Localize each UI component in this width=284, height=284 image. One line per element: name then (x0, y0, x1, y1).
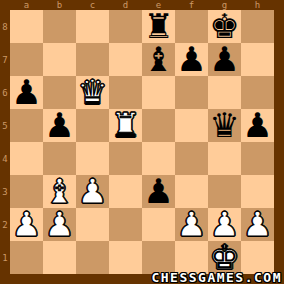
piece-black-pawn: ♟ (208, 43, 241, 76)
square-d1[interactable] (109, 241, 142, 274)
square-e6[interactable] (142, 76, 175, 109)
piece-white-pawn: ♟ (241, 208, 274, 241)
piece-black-pawn: ♟ (10, 76, 43, 109)
square-d8[interactable] (109, 10, 142, 43)
square-d2[interactable] (109, 208, 142, 241)
piece-black-pawn: ♟ (142, 175, 175, 208)
square-g4[interactable] (208, 142, 241, 175)
square-f2[interactable]: ♟ (175, 208, 208, 241)
square-f7[interactable]: ♟ (175, 43, 208, 76)
square-e7[interactable]: ♝ (142, 43, 175, 76)
square-d3[interactable] (109, 175, 142, 208)
piece-white-pawn: ♟ (10, 208, 43, 241)
piece-white-pawn: ♟ (175, 208, 208, 241)
square-h7[interactable] (241, 43, 274, 76)
square-d7[interactable] (109, 43, 142, 76)
rank-label-5: 5 (0, 109, 10, 142)
rank-label-4: 4 (0, 142, 10, 175)
piece-black-pawn: ♟ (43, 109, 76, 142)
piece-black-bishop: ♝ (142, 43, 175, 76)
chess-board: ♜♚♝♟♟♟♛♟♜♛♟♝♟♟♟♟♟♟♟♚ (10, 10, 274, 274)
square-a5[interactable] (10, 109, 43, 142)
square-h5[interactable]: ♟ (241, 109, 274, 142)
piece-white-pawn: ♟ (43, 208, 76, 241)
piece-white-pawn: ♟ (76, 175, 109, 208)
square-a4[interactable] (10, 142, 43, 175)
file-label-d: d (109, 0, 142, 10)
rank-label-6: 6 (0, 76, 10, 109)
square-e3[interactable]: ♟ (142, 175, 175, 208)
file-label-b: b (43, 0, 76, 10)
watermark-chessgames: CHESSGAMES.COM (151, 272, 282, 284)
file-label-f: f (175, 0, 208, 10)
square-e2[interactable] (142, 208, 175, 241)
file-label-a: a (10, 0, 43, 10)
square-a2[interactable]: ♟ (10, 208, 43, 241)
chess-board-diagram: abcdefgh 87654321 ♜♚♝♟♟♟♛♟♜♛♟♝♟♟♟♟♟♟♟♚ C… (0, 0, 284, 284)
square-a1[interactable] (10, 241, 43, 274)
square-c6[interactable]: ♛ (76, 76, 109, 109)
square-h2[interactable]: ♟ (241, 208, 274, 241)
file-label-c: c (76, 0, 109, 10)
square-f5[interactable] (175, 109, 208, 142)
square-b5[interactable]: ♟ (43, 109, 76, 142)
file-label-h: h (241, 0, 274, 10)
square-c2[interactable] (76, 208, 109, 241)
square-c8[interactable] (76, 10, 109, 43)
square-c1[interactable] (76, 241, 109, 274)
square-h4[interactable] (241, 142, 274, 175)
square-e5[interactable] (142, 109, 175, 142)
square-c3[interactable]: ♟ (76, 175, 109, 208)
square-a8[interactable] (10, 10, 43, 43)
rank-label-2: 2 (0, 208, 10, 241)
square-f4[interactable] (175, 142, 208, 175)
piece-white-queen: ♛ (76, 76, 109, 109)
square-b8[interactable] (43, 10, 76, 43)
rank-labels: 87654321 (0, 10, 10, 274)
square-d5[interactable]: ♜ (109, 109, 142, 142)
rank-label-3: 3 (0, 175, 10, 208)
square-b1[interactable] (43, 241, 76, 274)
square-f6[interactable] (175, 76, 208, 109)
rank-label-8: 8 (0, 10, 10, 43)
square-g5[interactable]: ♛ (208, 109, 241, 142)
piece-white-rook: ♜ (109, 109, 142, 142)
square-d4[interactable] (109, 142, 142, 175)
piece-black-pawn: ♟ (241, 109, 274, 142)
piece-black-queen: ♛ (208, 109, 241, 142)
square-a6[interactable]: ♟ (10, 76, 43, 109)
square-b7[interactable] (43, 43, 76, 76)
rank-label-1: 1 (0, 241, 10, 274)
square-c5[interactable] (76, 109, 109, 142)
piece-black-pawn: ♟ (175, 43, 208, 76)
square-h8[interactable] (241, 10, 274, 43)
square-g7[interactable]: ♟ (208, 43, 241, 76)
square-b2[interactable]: ♟ (43, 208, 76, 241)
rank-label-7: 7 (0, 43, 10, 76)
